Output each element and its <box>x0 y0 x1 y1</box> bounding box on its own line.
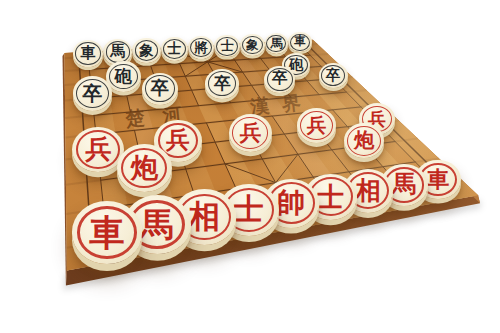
piece-character: 象 <box>240 34 265 56</box>
piece-black-chariot[interactable]: 車 <box>73 40 103 67</box>
piece-black-soldier[interactable]: 卒 <box>319 63 348 88</box>
piece-character: 車 <box>288 32 311 52</box>
piece-character: 卒 <box>73 76 113 111</box>
piece-character: 將 <box>188 36 214 59</box>
piece-character: 炮 <box>344 123 385 159</box>
piece-black-chariot[interactable]: 車 <box>288 32 311 52</box>
piece-black-elephant[interactable]: 象 <box>240 34 265 56</box>
piece-black-advisor[interactable]: 士 <box>214 35 240 58</box>
piece-red-cannon[interactable]: 炮 <box>344 123 385 159</box>
piece-character: 兵 <box>297 108 336 143</box>
piece-character: 車 <box>73 40 103 67</box>
piece-character: 卒 <box>142 73 178 105</box>
piece-red-soldier[interactable]: 兵 <box>297 108 336 143</box>
scene: 楚河漢界 車馬象士將士象馬車砲砲卒卒卒卒卒兵兵兵兵兵炮炮車馬相士帥士相馬車 <box>0 0 500 333</box>
piece-character: 卒 <box>264 66 295 93</box>
piece-black-general[interactable]: 將 <box>188 36 214 59</box>
piece-black-soldier[interactable]: 卒 <box>205 69 239 99</box>
piece-red-cannon[interactable]: 炮 <box>117 144 172 192</box>
piece-character: 馬 <box>265 33 289 54</box>
piece-black-elephant[interactable]: 象 <box>132 38 160 63</box>
piece-character: 象 <box>132 38 160 63</box>
piece-black-soldier[interactable]: 卒 <box>142 73 178 105</box>
piece-character: 士 <box>214 35 240 58</box>
piece-black-soldier[interactable]: 卒 <box>264 66 295 93</box>
piece-character: 士 <box>161 37 188 61</box>
piece-black-soldier[interactable]: 卒 <box>73 76 113 111</box>
pieces-layer: 車馬象士將士象馬車砲砲卒卒卒卒卒兵兵兵兵兵炮炮車馬相士帥士相馬車 <box>0 0 500 333</box>
piece-character: 兵 <box>229 114 272 152</box>
piece-character: 炮 <box>117 144 172 192</box>
piece-character: 車 <box>72 201 143 263</box>
piece-character: 卒 <box>319 63 348 88</box>
piece-black-advisor[interactable]: 士 <box>161 37 188 61</box>
piece-black-horse[interactable]: 馬 <box>265 33 289 54</box>
piece-red-soldier[interactable]: 兵 <box>229 114 272 152</box>
piece-character: 卒 <box>205 69 239 99</box>
piece-red-chariot[interactable]: 車 <box>72 201 143 263</box>
